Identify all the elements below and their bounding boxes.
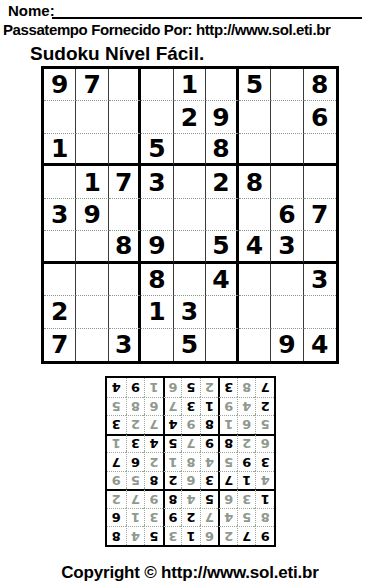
copyright-text: Copyright © http://www.sol.eti.br bbox=[0, 563, 380, 583]
solution-cell-r8c7: 6 bbox=[144, 397, 163, 416]
solution-cell-r3c1: 1 bbox=[255, 489, 274, 508]
solution-cell-r1c6: 3 bbox=[163, 526, 182, 545]
puzzle-cell-r4c7[interactable]: 8 bbox=[239, 166, 271, 198]
puzzle-cell-r1c1[interactable]: 9 bbox=[44, 69, 76, 101]
solution-cell-r8c6: 7 bbox=[163, 397, 182, 416]
solution-cell-r7c1: 5 bbox=[255, 415, 274, 434]
puzzle-cell-r2c9[interactable]: 6 bbox=[304, 101, 336, 133]
puzzle-cell-r2c8[interactable] bbox=[271, 101, 303, 133]
puzzle-cell-r3c4[interactable]: 5 bbox=[141, 134, 173, 166]
puzzle-cell-r1c5[interactable]: 1 bbox=[174, 69, 206, 101]
solution-cell-r6c5: 7 bbox=[181, 434, 200, 453]
solution-cell-r6c1: 6 bbox=[255, 434, 274, 453]
solution-cell-r4c6: 2 bbox=[163, 471, 182, 490]
solution-cell-r7c4: 8 bbox=[200, 415, 219, 434]
puzzle-cell-r4c2[interactable]: 1 bbox=[76, 166, 108, 198]
solution-cell-r1c2: 7 bbox=[237, 526, 256, 545]
puzzle-cell-r6c5[interactable] bbox=[174, 231, 206, 263]
puzzle-cell-r5c4[interactable] bbox=[141, 199, 173, 231]
puzzle-cell-r7c8[interactable] bbox=[271, 264, 303, 296]
solution-cell-r3c7: 9 bbox=[144, 489, 163, 508]
solution-cell-r8c4: 1 bbox=[200, 397, 219, 416]
solution-cell-r8c9: 5 bbox=[107, 397, 126, 416]
puzzle-cell-r9c5[interactable]: 5 bbox=[174, 329, 206, 361]
solution-cell-r2c6: 9 bbox=[163, 508, 182, 527]
puzzle-cell-r2c4[interactable] bbox=[141, 101, 173, 133]
solution-cell-r6c9: 1 bbox=[107, 434, 126, 453]
puzzle-cell-r8c3[interactable] bbox=[109, 296, 141, 328]
solution-cell-r1c8: 4 bbox=[126, 526, 145, 545]
solution-cell-r5c4: 4 bbox=[200, 452, 219, 471]
puzzle-cell-r6c4[interactable]: 9 bbox=[141, 231, 173, 263]
solution-cell-r7c9: 3 bbox=[107, 415, 126, 434]
puzzle-cell-r8c1[interactable]: 2 bbox=[44, 296, 76, 328]
puzzle-cell-r3c6[interactable]: 8 bbox=[206, 134, 238, 166]
solution-cell-r5c2: 9 bbox=[237, 452, 256, 471]
puzzle-cell-r9c2[interactable] bbox=[76, 329, 108, 361]
puzzle-cell-r5c7[interactable] bbox=[239, 199, 271, 231]
provider-line: Passatempo Fornecido Por: http://www.sol… bbox=[3, 21, 330, 38]
solution-cell-r8c5: 3 bbox=[181, 397, 200, 416]
solution-cell-r7c5: 9 bbox=[181, 415, 200, 434]
solution-cell-r8c1: 2 bbox=[255, 397, 274, 416]
puzzle-cell-r2c7[interactable] bbox=[239, 101, 271, 133]
puzzle-cell-r9c6[interactable] bbox=[206, 329, 238, 361]
puzzle-cell-r3c1[interactable]: 1 bbox=[44, 134, 76, 166]
puzzle-cell-r4c6[interactable]: 2 bbox=[206, 166, 238, 198]
solution-cell-r2c3: 4 bbox=[218, 508, 237, 527]
puzzle-cell-r3c8[interactable] bbox=[271, 134, 303, 166]
puzzle-cell-r2c6[interactable]: 9 bbox=[206, 101, 238, 133]
solution-cell-r7c6: 4 bbox=[163, 415, 182, 434]
solution-cell-r2c5: 2 bbox=[181, 508, 200, 527]
puzzle-cell-r6c8[interactable]: 3 bbox=[271, 231, 303, 263]
puzzle-cell-r1c4[interactable] bbox=[141, 69, 173, 101]
solution-cell-r4c2: 1 bbox=[237, 471, 256, 490]
solution-cell-r1c7: 5 bbox=[144, 526, 163, 545]
puzzle-cell-r3c9[interactable] bbox=[304, 134, 336, 166]
puzzle-cell-r5c8[interactable]: 6 bbox=[271, 199, 303, 231]
solution-cell-r2c9: 6 bbox=[107, 508, 126, 527]
solution-cell-r4c9: 9 bbox=[107, 471, 126, 490]
solution-cell-r7c8: 2 bbox=[126, 415, 145, 434]
solution-cell-r7c7: 7 bbox=[144, 415, 163, 434]
solution-cell-r1c5: 1 bbox=[181, 526, 200, 545]
puzzle-cell-r1c6[interactable] bbox=[206, 69, 238, 101]
puzzle-cell-r9c9[interactable]: 4 bbox=[304, 329, 336, 361]
puzzle-cell-r6c1[interactable] bbox=[44, 231, 76, 263]
solution-cell-r2c4: 7 bbox=[200, 508, 219, 527]
solution-cell-r5c9: 7 bbox=[107, 452, 126, 471]
puzzle-cell-r8c9[interactable] bbox=[304, 296, 336, 328]
solution-cell-r5c1: 3 bbox=[255, 452, 274, 471]
puzzle-cell-r1c9[interactable]: 8 bbox=[304, 69, 336, 101]
solution-cell-r1c1: 9 bbox=[255, 526, 274, 545]
puzzle-cell-r7c3[interactable] bbox=[109, 264, 141, 296]
puzzle-cell-r4c5[interactable] bbox=[174, 166, 206, 198]
solution-cell-r6c6: 5 bbox=[163, 434, 182, 453]
solution-cell-r1c4: 6 bbox=[200, 526, 219, 545]
solution-cell-r4c7: 8 bbox=[144, 471, 163, 490]
solution-cell-r6c7: 4 bbox=[144, 434, 163, 453]
solution-cell-r6c4: 9 bbox=[200, 434, 219, 453]
puzzle-cell-r2c3[interactable] bbox=[109, 101, 141, 133]
solution-grid: 9726135488547293161365489724173628593954… bbox=[105, 376, 276, 547]
puzzle-cell-r3c2[interactable] bbox=[76, 134, 108, 166]
solution-cell-r6c3: 8 bbox=[218, 434, 237, 453]
solution-cell-r9c5: 5 bbox=[181, 378, 200, 397]
sudoku-worksheet-page: Nome: Passatempo Fornecido Por: http://w… bbox=[0, 0, 380, 585]
solution-cell-r8c3: 9 bbox=[218, 397, 237, 416]
puzzle-cell-r7c4[interactable]: 8 bbox=[141, 264, 173, 296]
solution-cell-r8c2: 4 bbox=[237, 397, 256, 416]
puzzle-cell-r9c4[interactable] bbox=[141, 329, 173, 361]
puzzle-cell-r8c7[interactable] bbox=[239, 296, 271, 328]
puzzle-cell-r8c8[interactable] bbox=[271, 296, 303, 328]
puzzle-cell-r6c7[interactable]: 4 bbox=[239, 231, 271, 263]
puzzle-cell-r4c3[interactable]: 7 bbox=[109, 166, 141, 198]
puzzle-cell-r8c5[interactable]: 3 bbox=[174, 296, 206, 328]
puzzle-cell-r9c1[interactable]: 7 bbox=[44, 329, 76, 361]
solution-cell-r2c8: 1 bbox=[126, 508, 145, 527]
solution-cell-r5c8: 6 bbox=[126, 452, 145, 471]
solution-cell-r2c1: 8 bbox=[255, 508, 274, 527]
solution-cell-r9c4: 2 bbox=[200, 378, 219, 397]
solution-cell-r3c4: 5 bbox=[200, 489, 219, 508]
solution-cell-r7c3: 1 bbox=[218, 415, 237, 434]
solution-cell-r3c6: 8 bbox=[163, 489, 182, 508]
puzzle-cell-r4c1[interactable] bbox=[44, 166, 76, 198]
solution-cell-r2c2: 5 bbox=[237, 508, 256, 527]
puzzle-cell-r9c7[interactable] bbox=[239, 329, 271, 361]
solution-cell-r4c3: 7 bbox=[218, 471, 237, 490]
solution-cell-r9c7: 1 bbox=[144, 378, 163, 397]
puzzle-cell-r5c9[interactable]: 7 bbox=[304, 199, 336, 231]
solution-cell-r9c3: 3 bbox=[218, 378, 237, 397]
solution-cell-r9c1: 7 bbox=[255, 378, 274, 397]
puzzle-cell-r5c5[interactable] bbox=[174, 199, 206, 231]
puzzle-grid: 971582961581732839678954384321373594 bbox=[41, 66, 339, 364]
solution-cell-r2c7: 3 bbox=[144, 508, 163, 527]
page-title: Sudoku Nível Fácil. bbox=[30, 43, 204, 65]
solution-cell-r3c5: 4 bbox=[181, 489, 200, 508]
puzzle-cell-r6c3[interactable]: 8 bbox=[109, 231, 141, 263]
puzzle-cell-r4c4[interactable]: 3 bbox=[141, 166, 173, 198]
puzzle-cell-r5c1[interactable]: 3 bbox=[44, 199, 76, 231]
puzzle-cell-r1c3[interactable] bbox=[109, 69, 141, 101]
solution-cell-r7c2: 6 bbox=[237, 415, 256, 434]
solution-cell-r5c3: 5 bbox=[218, 452, 237, 471]
puzzle-cell-r2c2[interactable] bbox=[76, 101, 108, 133]
puzzle-cell-r5c6[interactable] bbox=[206, 199, 238, 231]
name-label: Nome: bbox=[8, 2, 55, 19]
solution-cell-r3c2: 3 bbox=[237, 489, 256, 508]
solution-cell-r1c3: 2 bbox=[218, 526, 237, 545]
solution-cell-r1c9: 8 bbox=[107, 526, 126, 545]
solution-cell-r5c7: 2 bbox=[144, 452, 163, 471]
puzzle-cell-r7c1[interactable] bbox=[44, 264, 76, 296]
puzzle-cell-r2c5[interactable]: 2 bbox=[174, 101, 206, 133]
puzzle-cell-r1c7[interactable]: 5 bbox=[239, 69, 271, 101]
puzzle-cell-r9c8[interactable]: 9 bbox=[271, 329, 303, 361]
solution-cell-r4c4: 3 bbox=[200, 471, 219, 490]
puzzle-cell-r5c2[interactable]: 9 bbox=[76, 199, 108, 231]
puzzle-cell-r4c9[interactable] bbox=[304, 166, 336, 198]
puzzle-cell-r6c9[interactable] bbox=[304, 231, 336, 263]
puzzle-cell-r7c5[interactable] bbox=[174, 264, 206, 296]
puzzle-cell-r2c1[interactable] bbox=[44, 101, 76, 133]
solution-cell-r6c2: 2 bbox=[237, 434, 256, 453]
solution-cell-r4c8: 5 bbox=[126, 471, 145, 490]
puzzle-cell-r3c5[interactable] bbox=[174, 134, 206, 166]
puzzle-cell-r4c8[interactable] bbox=[271, 166, 303, 198]
puzzle-cell-r9c3[interactable]: 3 bbox=[109, 329, 141, 361]
solution-cell-r3c3: 6 bbox=[218, 489, 237, 508]
puzzle-cell-r8c2[interactable] bbox=[76, 296, 108, 328]
puzzle-cell-r7c7[interactable] bbox=[239, 264, 271, 296]
solution-cell-r4c1: 4 bbox=[255, 471, 274, 490]
solution-cell-r9c2: 8 bbox=[237, 378, 256, 397]
solution-cell-r9c9: 4 bbox=[107, 378, 126, 397]
solution-cell-r5c6: 1 bbox=[163, 452, 182, 471]
puzzle-cell-r1c2[interactable]: 7 bbox=[76, 69, 108, 101]
puzzle-cell-r3c3[interactable] bbox=[109, 134, 141, 166]
name-fill-in-line[interactable] bbox=[52, 1, 362, 19]
solution-cell-r6c8: 3 bbox=[126, 434, 145, 453]
solution-cell-r4c5: 6 bbox=[181, 471, 200, 490]
puzzle-cell-r6c2[interactable] bbox=[76, 231, 108, 263]
puzzle-cell-r1c8[interactable] bbox=[271, 69, 303, 101]
puzzle-cell-r3c7[interactable] bbox=[239, 134, 271, 166]
solution-cell-r9c6: 6 bbox=[163, 378, 182, 397]
puzzle-cell-r8c4[interactable]: 1 bbox=[141, 296, 173, 328]
puzzle-cell-r7c9[interactable]: 3 bbox=[304, 264, 336, 296]
puzzle-cell-r5c3[interactable] bbox=[109, 199, 141, 231]
puzzle-cell-r7c6[interactable]: 4 bbox=[206, 264, 238, 296]
solution-cell-r3c9: 2 bbox=[107, 489, 126, 508]
puzzle-cell-r7c2[interactable] bbox=[76, 264, 108, 296]
puzzle-cell-r8c6[interactable] bbox=[206, 296, 238, 328]
solution-cell-r5c5: 8 bbox=[181, 452, 200, 471]
solution-cell-r8c8: 8 bbox=[126, 397, 145, 416]
solution-cell-r3c8: 7 bbox=[126, 489, 145, 508]
puzzle-cell-r6c6[interactable]: 5 bbox=[206, 231, 238, 263]
solution-cell-r9c8: 9 bbox=[126, 378, 145, 397]
